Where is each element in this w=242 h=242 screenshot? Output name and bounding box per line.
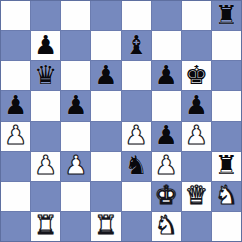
square-f3[interactable]: ♟ [152,152,181,181]
square-d1[interactable]: ♜ [91,212,120,241]
square-b4[interactable] [31,122,60,151]
square-e5[interactable] [122,91,151,120]
square-g8[interactable] [182,1,211,30]
piece-black-pawn[interactable]: ♟ [4,92,27,118]
square-g4[interactable]: ♟ [182,122,211,151]
piece-white-king[interactable]: ♚ [155,182,178,208]
square-e8[interactable] [122,1,151,30]
piece-white-pawn[interactable]: ♟ [124,122,147,148]
piece-white-queen[interactable]: ♛ [185,182,208,208]
piece-white-pawn[interactable]: ♟ [34,152,57,178]
square-d2[interactable] [91,182,120,211]
square-e6[interactable] [122,61,151,90]
square-d6[interactable]: ♟ [91,61,120,90]
square-f2[interactable]: ♚ [152,182,181,211]
square-g1[interactable] [182,212,211,241]
piece-white-rook[interactable]: ♜ [94,212,117,238]
piece-black-king[interactable]: ♚ [185,62,208,88]
piece-white-knight[interactable]: ♞ [155,212,178,238]
square-e7[interactable]: ♝ [122,31,151,60]
piece-black-rook[interactable]: ♜ [215,152,238,178]
square-d4[interactable] [91,122,120,151]
piece-white-pawn[interactable]: ♟ [155,152,178,178]
piece-black-pawn[interactable]: ♟ [155,62,178,88]
square-h1[interactable] [212,212,241,241]
piece-white-pawn[interactable]: ♟ [4,122,27,148]
square-g6[interactable]: ♚ [182,61,211,90]
square-b1[interactable]: ♜ [31,212,60,241]
piece-black-pawn[interactable]: ♟ [34,32,57,58]
square-a3[interactable] [1,152,30,181]
square-a2[interactable] [1,182,30,211]
square-d5[interactable] [91,91,120,120]
square-f6[interactable]: ♟ [152,61,181,90]
square-a1[interactable] [1,212,30,241]
square-e4[interactable]: ♟ [122,122,151,151]
square-f5[interactable] [152,91,181,120]
square-g2[interactable]: ♛ [182,182,211,211]
square-h6[interactable] [212,61,241,90]
square-h4[interactable] [212,122,241,151]
square-a7[interactable] [1,31,30,60]
square-f4[interactable]: ♟ [152,122,181,151]
square-h5[interactable] [212,91,241,120]
square-c5[interactable]: ♟ [61,91,90,120]
square-h7[interactable] [212,31,241,60]
piece-white-pawn[interactable]: ♟ [64,152,87,178]
square-a4[interactable]: ♟ [1,122,30,151]
square-c2[interactable] [61,182,90,211]
piece-white-pawn[interactable]: ♟ [185,122,208,148]
square-h2[interactable]: ♞ [212,182,241,211]
piece-white-rook[interactable]: ♜ [34,212,57,238]
square-a8[interactable] [1,1,30,30]
square-h8[interactable]: ♜ [212,1,241,30]
square-c6[interactable] [61,61,90,90]
square-e2[interactable] [122,182,151,211]
square-a5[interactable]: ♟ [1,91,30,120]
square-h3[interactable]: ♜ [212,152,241,181]
square-c7[interactable] [61,31,90,60]
piece-white-knight[interactable]: ♞ [215,182,238,208]
piece-black-queen[interactable]: ♛ [34,62,57,88]
square-d3[interactable] [91,152,120,181]
square-g7[interactable] [182,31,211,60]
piece-black-pawn[interactable]: ♟ [155,122,178,148]
square-b6[interactable]: ♛ [31,61,60,90]
square-a6[interactable] [1,61,30,90]
square-c1[interactable] [61,212,90,241]
square-c3[interactable]: ♟ [61,152,90,181]
square-c4[interactable] [61,122,90,151]
square-b5[interactable] [31,91,60,120]
square-d7[interactable] [91,31,120,60]
square-f1[interactable]: ♞ [152,212,181,241]
square-g5[interactable]: ♟ [182,91,211,120]
piece-black-bishop[interactable]: ♝ [124,32,147,58]
square-d8[interactable] [91,1,120,30]
square-b2[interactable] [31,182,60,211]
square-b7[interactable]: ♟ [31,31,60,60]
piece-black-rook[interactable]: ♜ [215,2,238,28]
square-b3[interactable]: ♟ [31,152,60,181]
square-b8[interactable] [31,1,60,30]
piece-black-pawn[interactable]: ♟ [94,62,117,88]
square-e3[interactable]: ♞ [122,152,151,181]
piece-black-pawn[interactable]: ♟ [185,92,208,118]
square-c8[interactable] [61,1,90,30]
piece-black-knight[interactable]: ♞ [124,152,147,178]
square-g3[interactable] [182,152,211,181]
chess-board: ♜♟♝♛♟♟♚♟♟♟♟♟♟♟♟♟♞♟♜♚♛♞♜♜♞ [0,0,242,242]
square-f7[interactable] [152,31,181,60]
square-e1[interactable] [122,212,151,241]
square-f8[interactable] [152,1,181,30]
piece-black-pawn[interactable]: ♟ [64,92,87,118]
